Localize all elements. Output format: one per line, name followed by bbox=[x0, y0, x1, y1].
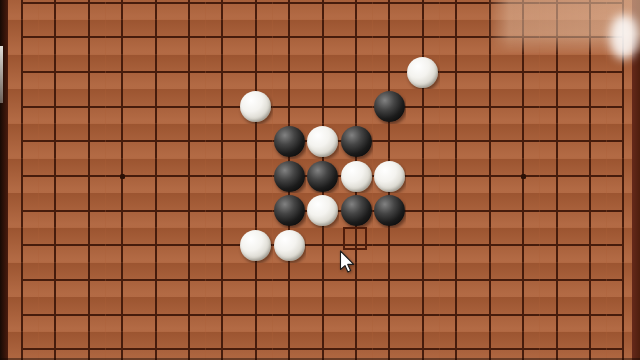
board-intersection[interactable] bbox=[440, 89, 473, 124]
board-intersection[interactable] bbox=[5, 124, 38, 159]
board-intersection[interactable] bbox=[239, 159, 272, 194]
board-intersection[interactable] bbox=[440, 159, 473, 194]
board-intersection[interactable] bbox=[306, 297, 339, 332]
board-intersection[interactable] bbox=[573, 193, 606, 228]
board-intersection[interactable] bbox=[540, 124, 573, 159]
board-intersection[interactable] bbox=[72, 89, 105, 124]
board-intersection[interactable] bbox=[406, 159, 439, 194]
board-intersection[interactable] bbox=[339, 159, 372, 194]
board-intersection[interactable] bbox=[172, 55, 205, 90]
board-intersection[interactable] bbox=[573, 297, 606, 332]
board-intersection[interactable] bbox=[239, 55, 272, 90]
board-intersection[interactable] bbox=[506, 193, 539, 228]
board-intersection[interactable] bbox=[39, 159, 72, 194]
star-point bbox=[521, 174, 526, 179]
board-intersection[interactable] bbox=[72, 124, 105, 159]
board-intersection[interactable] bbox=[373, 89, 406, 124]
board-intersection[interactable] bbox=[5, 297, 38, 332]
board-intersection[interactable] bbox=[5, 0, 38, 20]
white-stone[interactable] bbox=[240, 230, 271, 261]
board-intersection[interactable] bbox=[339, 332, 372, 360]
board-intersection[interactable] bbox=[373, 0, 406, 20]
board-intersection[interactable] bbox=[72, 193, 105, 228]
board-intersection[interactable] bbox=[5, 228, 38, 263]
board-intersection[interactable] bbox=[540, 55, 573, 90]
board-intersection[interactable] bbox=[5, 20, 38, 55]
board-intersection[interactable] bbox=[239, 263, 272, 298]
board-intersection[interactable] bbox=[72, 297, 105, 332]
white-stone[interactable] bbox=[341, 161, 372, 192]
board-intersection[interactable] bbox=[540, 228, 573, 263]
board-intersection[interactable] bbox=[373, 193, 406, 228]
board-intersection[interactable] bbox=[406, 89, 439, 124]
board-intersection[interactable] bbox=[339, 20, 372, 55]
board-intersection[interactable] bbox=[39, 55, 72, 90]
board-intersection[interactable] bbox=[206, 20, 239, 55]
board-intersection[interactable] bbox=[172, 228, 205, 263]
board-intersection[interactable] bbox=[273, 228, 306, 263]
board-intersection[interactable] bbox=[172, 124, 205, 159]
board-intersection[interactable] bbox=[106, 55, 139, 90]
board-intersection[interactable] bbox=[306, 228, 339, 263]
board-intersection[interactable] bbox=[473, 263, 506, 298]
board-intersection[interactable] bbox=[540, 263, 573, 298]
board-intersection[interactable] bbox=[506, 159, 539, 194]
board-intersection[interactable] bbox=[306, 332, 339, 360]
board-intersection[interactable] bbox=[239, 20, 272, 55]
board-intersection[interactable] bbox=[273, 55, 306, 90]
board-intersection[interactable] bbox=[406, 332, 439, 360]
board-intersection[interactable] bbox=[239, 89, 272, 124]
board-intersection[interactable] bbox=[573, 55, 606, 90]
board-intersection[interactable] bbox=[339, 55, 372, 90]
board-intersection[interactable] bbox=[473, 297, 506, 332]
board-intersection[interactable] bbox=[5, 332, 38, 360]
board-intersection[interactable] bbox=[72, 228, 105, 263]
board-intersection[interactable] bbox=[573, 332, 606, 360]
placement-marker-square bbox=[343, 227, 367, 250]
board-intersection[interactable] bbox=[406, 228, 439, 263]
board-intersection[interactable] bbox=[506, 297, 539, 332]
board-intersection[interactable] bbox=[206, 263, 239, 298]
board-intersection[interactable] bbox=[139, 193, 172, 228]
board-intersection[interactable] bbox=[106, 20, 139, 55]
board-intersection[interactable] bbox=[440, 228, 473, 263]
board-intersection[interactable] bbox=[540, 193, 573, 228]
board-intersection[interactable] bbox=[540, 332, 573, 360]
board-intersection[interactable] bbox=[540, 159, 573, 194]
board-intersection[interactable] bbox=[440, 20, 473, 55]
board-intersection[interactable] bbox=[273, 0, 306, 20]
board-intersection[interactable] bbox=[506, 332, 539, 360]
board-intersection[interactable] bbox=[72, 55, 105, 90]
board-intersection[interactable] bbox=[139, 228, 172, 263]
board-intersection[interactable] bbox=[373, 297, 406, 332]
board-intersection[interactable] bbox=[473, 89, 506, 124]
board-intersection[interactable] bbox=[373, 159, 406, 194]
board-intersection[interactable] bbox=[440, 55, 473, 90]
board-intersection[interactable] bbox=[306, 263, 339, 298]
board-intersection[interactable] bbox=[106, 297, 139, 332]
board-intersection[interactable] bbox=[239, 193, 272, 228]
board-intersection[interactable] bbox=[5, 89, 38, 124]
board-intersection[interactable] bbox=[172, 263, 205, 298]
board-intersection[interactable] bbox=[540, 89, 573, 124]
board-intersection[interactable] bbox=[206, 55, 239, 90]
board-intersection[interactable] bbox=[339, 193, 372, 228]
board-intersection[interactable] bbox=[139, 263, 172, 298]
board-intersection[interactable] bbox=[573, 228, 606, 263]
board-intersection[interactable] bbox=[39, 228, 72, 263]
board-intersection[interactable] bbox=[106, 124, 139, 159]
board-intersection[interactable] bbox=[573, 124, 606, 159]
board-intersection[interactable] bbox=[106, 193, 139, 228]
board-intersection[interactable] bbox=[106, 332, 139, 360]
left-edge-video-artifact bbox=[0, 46, 3, 103]
board-intersection[interactable] bbox=[139, 297, 172, 332]
board-intersection[interactable] bbox=[506, 124, 539, 159]
board-intersection[interactable] bbox=[573, 159, 606, 194]
board-intersection[interactable] bbox=[373, 20, 406, 55]
board-intersection[interactable] bbox=[273, 297, 306, 332]
board-intersection[interactable] bbox=[39, 193, 72, 228]
board-intersection[interactable] bbox=[172, 193, 205, 228]
board-intersection[interactable] bbox=[473, 159, 506, 194]
black-stone[interactable] bbox=[274, 195, 305, 226]
board-intersection[interactable] bbox=[5, 55, 38, 90]
board-intersection[interactable] bbox=[406, 55, 439, 90]
board-intersection[interactable] bbox=[206, 297, 239, 332]
white-stone[interactable] bbox=[274, 230, 305, 261]
board-intersection[interactable] bbox=[139, 20, 172, 55]
board-intersection[interactable] bbox=[440, 263, 473, 298]
board-intersection[interactable] bbox=[239, 0, 272, 20]
board-intersection[interactable] bbox=[239, 228, 272, 263]
board-intersection[interactable] bbox=[39, 89, 72, 124]
board-intersection[interactable] bbox=[206, 124, 239, 159]
board-intersection[interactable] bbox=[306, 124, 339, 159]
board-intersection[interactable] bbox=[473, 124, 506, 159]
board-intersection[interactable] bbox=[306, 0, 339, 20]
board-intersection[interactable] bbox=[106, 228, 139, 263]
board-intersection[interactable] bbox=[5, 159, 38, 194]
board-intersection[interactable] bbox=[406, 124, 439, 159]
board-intersection[interactable] bbox=[139, 332, 172, 360]
board-intersection[interactable] bbox=[306, 20, 339, 55]
board-intersection[interactable] bbox=[72, 263, 105, 298]
board-intersection[interactable] bbox=[506, 228, 539, 263]
board-intersection[interactable] bbox=[72, 159, 105, 194]
board-intersection[interactable] bbox=[339, 0, 372, 20]
board-intersection[interactable] bbox=[406, 193, 439, 228]
board-intersection[interactable] bbox=[273, 332, 306, 360]
black-stone[interactable] bbox=[341, 195, 372, 226]
board-intersection[interactable] bbox=[273, 159, 306, 194]
board-intersection[interactable] bbox=[339, 297, 372, 332]
board-intersection[interactable] bbox=[540, 297, 573, 332]
watermark-smudge bbox=[610, 15, 638, 59]
board-intersection[interactable] bbox=[573, 89, 606, 124]
board-intersection[interactable] bbox=[306, 55, 339, 90]
board-intersection[interactable] bbox=[306, 89, 339, 124]
board-intersection[interactable] bbox=[106, 263, 139, 298]
board-intersection[interactable] bbox=[440, 124, 473, 159]
board-intersection[interactable] bbox=[273, 20, 306, 55]
board-intersection[interactable] bbox=[72, 0, 105, 20]
black-stone[interactable] bbox=[374, 195, 405, 226]
black-stone[interactable] bbox=[274, 126, 305, 157]
star-point bbox=[120, 174, 125, 179]
white-stone[interactable] bbox=[307, 195, 338, 226]
board-intersection[interactable] bbox=[106, 159, 139, 194]
board-intersection[interactable] bbox=[373, 332, 406, 360]
board-intersection[interactable] bbox=[5, 193, 38, 228]
black-stone[interactable] bbox=[307, 161, 338, 192]
board-intersection[interactable] bbox=[440, 297, 473, 332]
board-intersection[interactable] bbox=[206, 193, 239, 228]
board-intersection[interactable] bbox=[239, 332, 272, 360]
board-intersection[interactable] bbox=[206, 159, 239, 194]
gomoku-video-frame bbox=[0, 0, 640, 360]
board-intersection[interactable] bbox=[172, 89, 205, 124]
board-intersection[interactable] bbox=[273, 89, 306, 124]
board-intersection[interactable] bbox=[373, 55, 406, 90]
board-intersection[interactable] bbox=[373, 228, 406, 263]
board-intersection[interactable] bbox=[406, 297, 439, 332]
board-intersection[interactable] bbox=[406, 20, 439, 55]
board-intersection[interactable] bbox=[473, 228, 506, 263]
black-stone[interactable] bbox=[274, 161, 305, 192]
board-intersection[interactable] bbox=[239, 124, 272, 159]
board-intersection[interactable] bbox=[506, 55, 539, 90]
board-intersection[interactable] bbox=[172, 159, 205, 194]
board-intersection[interactable] bbox=[39, 20, 72, 55]
board-intersection[interactable] bbox=[172, 20, 205, 55]
board-intersection[interactable] bbox=[139, 124, 172, 159]
black-stone[interactable] bbox=[374, 91, 405, 122]
board-intersection[interactable] bbox=[39, 332, 72, 360]
board-intersection[interactable] bbox=[306, 159, 339, 194]
board-intersection[interactable] bbox=[206, 332, 239, 360]
black-stone[interactable] bbox=[341, 126, 372, 157]
board-intersection[interactable] bbox=[440, 332, 473, 360]
board-intersection[interactable] bbox=[172, 0, 205, 20]
board-intersection[interactable] bbox=[440, 193, 473, 228]
board-intersection[interactable] bbox=[506, 263, 539, 298]
board-intersection[interactable] bbox=[5, 263, 38, 298]
board-intersection[interactable] bbox=[39, 263, 72, 298]
board-intersection[interactable] bbox=[72, 20, 105, 55]
white-stone[interactable] bbox=[407, 57, 438, 88]
board-intersection[interactable] bbox=[406, 263, 439, 298]
board-intersection[interactable] bbox=[39, 297, 72, 332]
board-intersection[interactable] bbox=[506, 89, 539, 124]
board-intersection[interactable] bbox=[39, 124, 72, 159]
white-stone[interactable] bbox=[307, 126, 338, 157]
board-intersection[interactable] bbox=[273, 193, 306, 228]
board-intersection[interactable] bbox=[440, 0, 473, 20]
white-stone[interactable] bbox=[374, 161, 405, 192]
board-intersection[interactable] bbox=[473, 193, 506, 228]
board-intersection[interactable] bbox=[373, 124, 406, 159]
mouse-cursor-arrow-icon bbox=[339, 250, 356, 275]
board-intersection[interactable] bbox=[72, 332, 105, 360]
board-intersection[interactable] bbox=[172, 332, 205, 360]
board-intersection[interactable] bbox=[339, 89, 372, 124]
board-intersection[interactable] bbox=[473, 55, 506, 90]
board-intersection[interactable] bbox=[273, 124, 306, 159]
board-intersection[interactable] bbox=[139, 159, 172, 194]
board-intersection[interactable] bbox=[573, 263, 606, 298]
board-intersection[interactable] bbox=[172, 297, 205, 332]
board-intersection[interactable] bbox=[106, 0, 139, 20]
board-intersection[interactable] bbox=[239, 297, 272, 332]
board-intersection[interactable] bbox=[206, 89, 239, 124]
board-intersection[interactable] bbox=[139, 0, 172, 20]
white-stone[interactable] bbox=[240, 91, 271, 122]
board-intersection[interactable] bbox=[39, 0, 72, 20]
board-intersection[interactable] bbox=[373, 263, 406, 298]
board-intersection[interactable] bbox=[139, 89, 172, 124]
board-intersection[interactable] bbox=[106, 89, 139, 124]
board-intersection[interactable] bbox=[206, 0, 239, 20]
board-intersection[interactable] bbox=[306, 193, 339, 228]
board-intersection[interactable] bbox=[206, 228, 239, 263]
board-intersection[interactable] bbox=[406, 0, 439, 20]
board-intersection[interactable] bbox=[473, 332, 506, 360]
board-intersection[interactable] bbox=[139, 55, 172, 90]
board-intersection[interactable] bbox=[273, 263, 306, 298]
board-intersection[interactable] bbox=[339, 124, 372, 159]
